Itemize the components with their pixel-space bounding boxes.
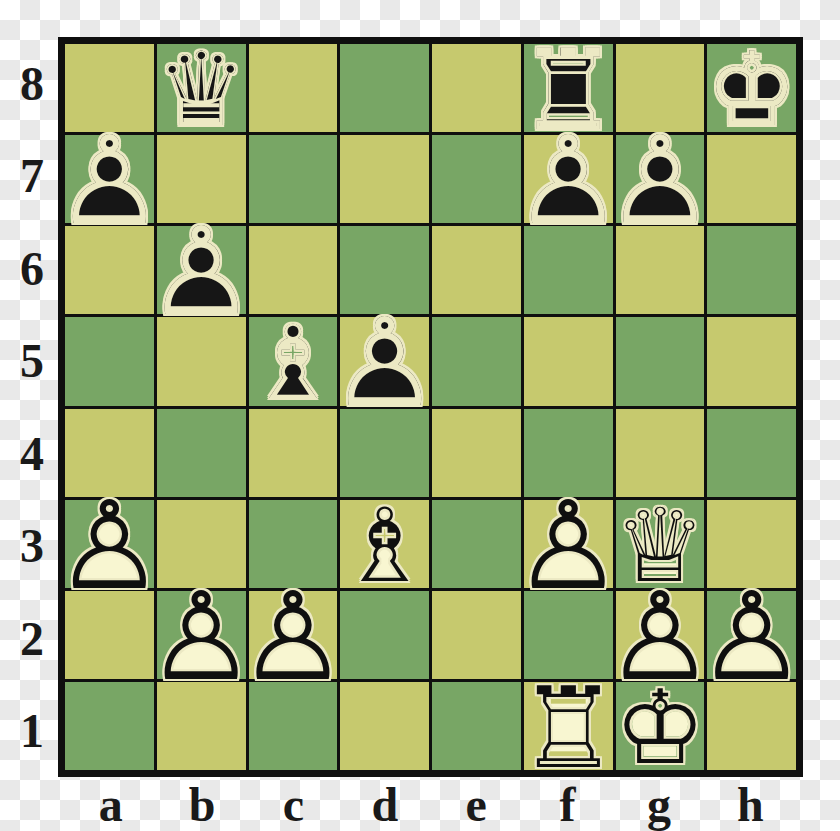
white-pawn-outline-icon: ♙ [157,593,246,681]
black-pawn-outline-icon: ♙ [157,228,246,316]
square-a5[interactable] [65,317,154,405]
square-f8[interactable]: ♜♖ [524,44,613,132]
square-h1[interactable] [707,682,796,770]
square-h3[interactable] [707,500,796,588]
file-label-g: g [613,777,704,831]
square-g3[interactable]: ♛♕ [616,500,705,588]
black-pawn-icon: ♟ [340,319,429,407]
square-h5[interactable] [707,317,796,405]
black-queen-outline-icon: ♕ [157,46,246,134]
piece-white-pawn[interactable]: ♟♙ [616,591,705,679]
white-pawn-icon: ♟ [524,502,613,590]
white-rook-icon: ♜ [524,684,613,772]
square-b5[interactable] [157,317,246,405]
white-pawn-outline-icon: ♙ [65,502,154,590]
square-d4[interactable] [340,409,429,497]
square-d8[interactable] [340,44,429,132]
white-pawn-outline-icon: ♙ [524,502,613,590]
square-c7[interactable] [249,135,338,223]
square-d1[interactable] [340,682,429,770]
black-king-outline-icon: ♔ [707,46,796,134]
square-b2[interactable]: ♟♙ [157,591,246,679]
square-a2[interactable] [65,591,154,679]
square-a8[interactable] [65,44,154,132]
square-f7[interactable]: ♟♙ [524,135,613,223]
square-f2[interactable] [524,591,613,679]
square-a7[interactable]: ♟♙ [65,135,154,223]
white-pawn-outline-icon: ♙ [707,593,796,681]
white-rook-outline-icon: ♖ [524,684,613,772]
rank-label-2: 2 [6,592,58,685]
square-f3[interactable]: ♟♙ [524,500,613,588]
square-a3[interactable]: ♟♙ [65,500,154,588]
rank-label-1: 1 [6,685,58,778]
piece-white-queen[interactable]: ♛♕ [616,500,705,588]
square-d6[interactable] [340,226,429,314]
white-pawn-icon: ♟ [65,502,154,590]
piece-white-pawn[interactable]: ♟♙ [249,591,338,679]
black-pawn-icon: ♟ [616,137,705,225]
square-c1[interactable] [249,682,338,770]
black-rook-icon: ♜ [524,46,613,134]
piece-black-rook[interactable]: ♜♖ [524,44,613,132]
rank-label-4: 4 [6,407,58,500]
square-d2[interactable] [340,591,429,679]
chess-board: ♛♕♜♖♚♔♟♙♟♙♟♙♟♙♝♗♟♙♟♙♝♗♟♙♛♕♟♙♟♙♟♙♟♙♜♖♚♔ [58,37,803,777]
piece-black-pawn[interactable]: ♟♙ [340,317,429,405]
square-e5[interactable] [432,317,521,405]
piece-black-pawn[interactable]: ♟♙ [616,135,705,223]
file-labels: abcdefgh [65,777,796,831]
file-label-c: c [248,777,339,831]
rank-label-5: 5 [6,315,58,408]
white-queen-icon: ♛ [616,502,705,590]
black-pawn-outline-icon: ♙ [340,319,429,407]
black-pawn-icon: ♟ [524,137,613,225]
square-b3[interactable] [157,500,246,588]
square-h2[interactable]: ♟♙ [707,591,796,679]
piece-black-pawn[interactable]: ♟♙ [157,226,246,314]
square-a6[interactable] [65,226,154,314]
transparent-background: 87654321 ♛♕♜♖♚♔♟♙♟♙♟♙♟♙♝♗♟♙♟♙♝♗♟♙♛♕♟♙♟♙♟… [0,0,840,831]
white-pawn-outline-icon: ♙ [249,593,338,681]
square-g5[interactable] [616,317,705,405]
square-c2[interactable]: ♟♙ [249,591,338,679]
black-pawn-icon: ♟ [65,137,154,225]
piece-black-king[interactable]: ♚♔ [707,44,796,132]
square-d3[interactable]: ♝♗ [340,500,429,588]
file-label-b: b [156,777,247,831]
piece-white-pawn[interactable]: ♟♙ [707,591,796,679]
piece-white-bishop[interactable]: ♝♗ [340,500,429,588]
rank-labels: 87654321 [6,37,58,777]
white-bishop-outline-icon: ♗ [340,502,429,590]
white-king-icon: ♚ [616,684,705,772]
square-d5[interactable]: ♟♙ [340,317,429,405]
square-g4[interactable] [616,409,705,497]
square-g1[interactable]: ♚♔ [616,682,705,770]
piece-white-king[interactable]: ♚♔ [616,682,705,770]
piece-black-pawn[interactable]: ♟♙ [524,135,613,223]
square-g8[interactable] [616,44,705,132]
file-label-e: e [431,777,522,831]
piece-white-pawn[interactable]: ♟♙ [157,591,246,679]
piece-white-pawn[interactable]: ♟♙ [524,500,613,588]
white-bishop-icon: ♝ [340,502,429,590]
square-c3[interactable] [249,500,338,588]
black-bishop-icon: ♝ [249,319,338,407]
square-e7[interactable] [432,135,521,223]
piece-black-queen[interactable]: ♛♕ [157,44,246,132]
square-e6[interactable] [432,226,521,314]
piece-black-pawn[interactable]: ♟♙ [65,135,154,223]
black-pawn-outline-icon: ♙ [65,137,154,225]
white-pawn-icon: ♟ [616,593,705,681]
white-pawn-icon: ♟ [707,593,796,681]
square-g6[interactable] [616,226,705,314]
square-b1[interactable] [157,682,246,770]
square-d7[interactable] [340,135,429,223]
square-f6[interactable] [524,226,613,314]
square-e4[interactable] [432,409,521,497]
black-rook-outline-icon: ♖ [524,46,613,134]
square-h4[interactable] [707,409,796,497]
piece-black-bishop[interactable]: ♝♗ [249,317,338,405]
square-b4[interactable] [157,409,246,497]
square-a1[interactable] [65,682,154,770]
white-pawn-icon: ♟ [249,593,338,681]
black-pawn-outline-icon: ♙ [616,137,705,225]
square-f1[interactable]: ♜♖ [524,682,613,770]
square-b7[interactable] [157,135,246,223]
piece-white-pawn[interactable]: ♟♙ [65,500,154,588]
file-label-h: h [705,777,796,831]
square-g2[interactable]: ♟♙ [616,591,705,679]
square-e8[interactable] [432,44,521,132]
rank-label-6: 6 [6,222,58,315]
square-f4[interactable] [524,409,613,497]
square-c5[interactable]: ♝♗ [249,317,338,405]
square-b6[interactable]: ♟♙ [157,226,246,314]
square-h7[interactable] [707,135,796,223]
square-e2[interactable] [432,591,521,679]
rank-label-3: 3 [6,500,58,593]
rank-label-8: 8 [6,37,58,130]
black-king-icon: ♚ [707,46,796,134]
black-pawn-icon: ♟ [157,228,246,316]
white-pawn-outline-icon: ♙ [616,593,705,681]
piece-white-rook[interactable]: ♜♖ [524,682,613,770]
white-king-outline-icon: ♔ [616,684,705,772]
rank-label-7: 7 [6,130,58,223]
square-c4[interactable] [249,409,338,497]
file-label-a: a [65,777,156,831]
square-c6[interactable] [249,226,338,314]
black-queen-icon: ♛ [157,46,246,134]
black-pawn-outline-icon: ♙ [524,137,613,225]
square-h6[interactable] [707,226,796,314]
square-h8[interactable]: ♚♔ [707,44,796,132]
square-e3[interactable] [432,500,521,588]
file-label-d: d [339,777,430,831]
black-bishop-outline-icon: ♗ [249,319,338,407]
square-e1[interactable] [432,682,521,770]
square-a4[interactable] [65,409,154,497]
square-c8[interactable] [249,44,338,132]
file-label-f: f [522,777,613,831]
square-f5[interactable] [524,317,613,405]
square-b8[interactable]: ♛♕ [157,44,246,132]
white-pawn-icon: ♟ [157,593,246,681]
square-g7[interactable]: ♟♙ [616,135,705,223]
white-queen-outline-icon: ♕ [616,502,705,590]
